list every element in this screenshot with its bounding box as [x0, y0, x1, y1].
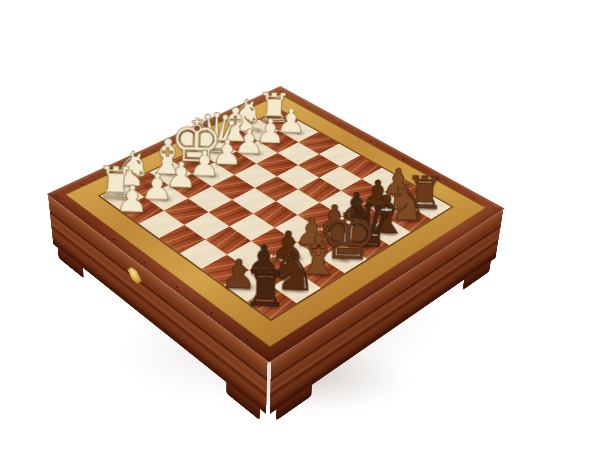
piece-dark-rook[interactable]: ♜ — [243, 266, 279, 310]
box-foot — [58, 248, 84, 279]
board-top-face: ♜♟♟♜♞♟♟♞♝♟♟♝♛♟♟♛♚♟♟♚♝♟♟♝♞♟♟♞♜♟♟♜ — [47, 86, 505, 362]
piece-white-pawn[interactable]: ♟ — [115, 184, 148, 216]
square-f4[interactable] — [208, 200, 253, 227]
perspective-wrapper: ♜♟♟♜♞♟♟♞♝♟♟♝♛♟♟♛♚♟♟♚♝♟♟♝♞♟♟♞♜♟♟♜ — [0, 0, 600, 450]
chess-box: ♜♟♟♜♞♟♟♞♝♟♟♝♛♟♟♛♚♟♟♚♝♟♟♝♞♟♟♞♜♟♟♜ — [47, 86, 505, 362]
box-foot — [462, 261, 490, 290]
box-foot — [226, 382, 260, 420]
chess-set-photo: ♜♟♟♜♞♟♟♞♝♟♟♝♛♟♟♛♚♟♟♚♝♟♟♝♞♟♟♞♜♟♟♜ — [0, 0, 600, 450]
box-foot — [276, 385, 312, 421]
brass-clasp[interactable] — [127, 264, 142, 288]
